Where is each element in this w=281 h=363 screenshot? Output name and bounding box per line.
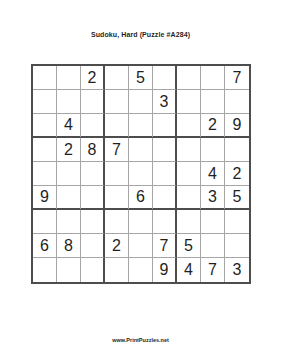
sudoku-cell-given: 5 [225, 186, 249, 210]
sudoku-cell-empty [81, 186, 105, 210]
sudoku-cell-given: 9 [225, 114, 249, 138]
sudoku-cell-empty [57, 90, 81, 114]
sudoku-cell-empty [105, 210, 129, 234]
sudoku-cell-empty [57, 66, 81, 90]
sudoku-cell-empty [201, 210, 225, 234]
sudoku-cell-empty [177, 114, 201, 138]
sudoku-cell-empty [225, 90, 249, 114]
sudoku-cell-empty [177, 66, 201, 90]
sudoku-cell-empty [81, 234, 105, 258]
sudoku-cell-empty [33, 138, 57, 162]
sudoku-cell-empty [105, 66, 129, 90]
sudoku-cell-empty [153, 66, 177, 90]
sudoku-cell-empty [153, 210, 177, 234]
sudoku-cell-empty [33, 210, 57, 234]
sudoku-cell-empty [57, 162, 81, 186]
sudoku-cell-empty [177, 162, 201, 186]
sudoku-cell-empty [33, 90, 57, 114]
sudoku-cell-empty [225, 234, 249, 258]
printable-sudoku-page: Sudoku, Hard (Puzzle #A284) 257342928742… [0, 0, 281, 363]
sudoku-cell-given: 3 [201, 186, 225, 210]
sudoku-cell-empty [33, 114, 57, 138]
sudoku-cell-empty [129, 90, 153, 114]
sudoku-cell-empty [177, 138, 201, 162]
sudoku-cell-given: 4 [57, 114, 81, 138]
sudoku-cell-given: 9 [153, 258, 177, 282]
sudoku-cell-empty [33, 162, 57, 186]
sudoku-cell-given: 5 [129, 66, 153, 90]
sudoku-cell-empty [201, 138, 225, 162]
sudoku-cell-empty [177, 90, 201, 114]
sudoku-cell-empty [81, 258, 105, 282]
sudoku-cell-empty [225, 138, 249, 162]
sudoku-cell-empty [105, 186, 129, 210]
sudoku-cell-empty [33, 66, 57, 90]
sudoku-cell-given: 4 [201, 162, 225, 186]
sudoku-cell-given: 8 [81, 138, 105, 162]
sudoku-cell-empty [129, 162, 153, 186]
sudoku-cell-given: 2 [225, 162, 249, 186]
sudoku-cell-empty [153, 138, 177, 162]
sudoku-cell-given: 2 [105, 234, 129, 258]
sudoku-cell-empty [201, 90, 225, 114]
sudoku-cell-given: 2 [81, 66, 105, 90]
sudoku-cell-empty [81, 90, 105, 114]
sudoku-cell-empty [153, 162, 177, 186]
sudoku-cell-empty [153, 186, 177, 210]
footer-site-url: www.PrintPuzzles.net [0, 337, 281, 343]
sudoku-cell-empty [129, 234, 153, 258]
sudoku-cell-given: 3 [153, 90, 177, 114]
sudoku-cell-given: 6 [129, 186, 153, 210]
sudoku-cell-given: 7 [105, 138, 129, 162]
sudoku-cell-empty [225, 210, 249, 234]
sudoku-cell-empty [105, 258, 129, 282]
sudoku-cell-empty [81, 114, 105, 138]
sudoku-cell-empty [201, 66, 225, 90]
sudoku-cell-given: 6 [33, 234, 57, 258]
sudoku-cell-empty [129, 138, 153, 162]
sudoku-cell-empty [105, 90, 129, 114]
sudoku-cell-empty [177, 186, 201, 210]
sudoku-cell-empty [105, 114, 129, 138]
sudoku-cell-given: 3 [225, 258, 249, 282]
puzzle-title: Sudoku, Hard (Puzzle #A284) [0, 31, 281, 38]
sudoku-cell-empty [129, 210, 153, 234]
sudoku-cell-empty [177, 210, 201, 234]
sudoku-cell-given: 7 [201, 258, 225, 282]
sudoku-cell-empty [153, 114, 177, 138]
sudoku-cell-empty [201, 234, 225, 258]
sudoku-cell-empty [105, 162, 129, 186]
sudoku-cell-given: 8 [57, 234, 81, 258]
sudoku-cell-given: 7 [225, 66, 249, 90]
sudoku-cell-given: 2 [57, 138, 81, 162]
sudoku-cell-empty [57, 210, 81, 234]
sudoku-cell-empty [33, 258, 57, 282]
sudoku-cell-given: 9 [33, 186, 57, 210]
sudoku-cell-empty [57, 186, 81, 210]
sudoku-cell-empty [81, 210, 105, 234]
sudoku-cell-given: 7 [153, 234, 177, 258]
sudoku-cell-given: 2 [201, 114, 225, 138]
sudoku-cell-given: 5 [177, 234, 201, 258]
sudoku-cell-empty [81, 162, 105, 186]
sudoku-cell-empty [129, 258, 153, 282]
sudoku-cell-given: 4 [177, 258, 201, 282]
sudoku-cell-empty [57, 258, 81, 282]
sudoku-grid: 2573429287429635682759473 [31, 64, 251, 284]
sudoku-cell-empty [129, 114, 153, 138]
